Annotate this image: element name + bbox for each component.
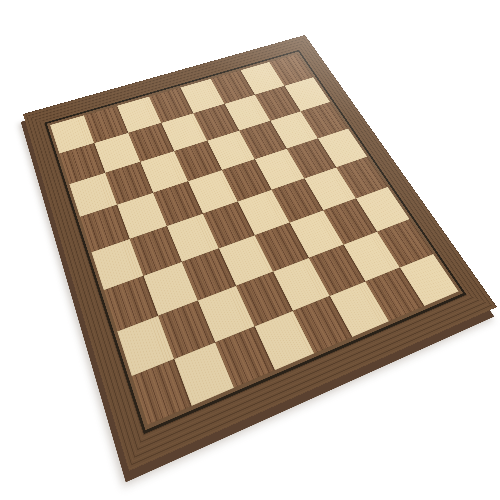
chess-board xyxy=(23,35,497,471)
product-photo-scene xyxy=(0,0,500,500)
